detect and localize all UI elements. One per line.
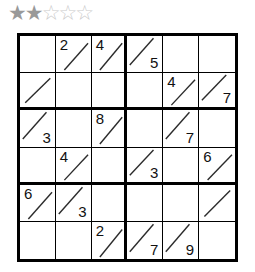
cell-r4c1[interactable] [20,148,56,185]
cell-r3c3[interactable]: 8 [92,110,128,147]
cell-r5c5[interactable] [163,185,199,222]
cell-r6c2[interactable] [56,222,92,259]
cell-r2c6[interactable]: 7 [199,73,235,110]
given-digit: 7 [150,242,158,258]
cell-r4c2[interactable]: 4 [56,148,92,185]
cell-r1c4[interactable]: 5 [127,36,163,73]
cell-r4c3[interactable] [92,148,128,185]
given-digit: 3 [78,204,86,220]
star-empty-icon: ☆ [75,0,92,28]
cell-r2c2[interactable] [56,73,92,110]
cell-r4c6[interactable]: 6 [199,148,235,185]
given-digit: 3 [42,130,50,146]
cell-r5c4[interactable] [127,185,163,222]
given-digit: 5 [150,55,158,71]
given-digit: 6 [24,186,32,202]
given-digit: 8 [96,111,104,127]
given-digit: 4 [60,149,68,165]
cell-r1c1[interactable] [20,36,56,73]
star-empty-icon: ☆ [58,0,75,28]
given-digit: 2 [60,37,68,53]
given-digit: 4 [167,74,175,90]
cell-r3c5[interactable]: 7 [163,110,199,147]
cell-r4c5[interactable] [163,148,199,185]
star-empty-icon: ☆ [42,0,59,28]
given-digit: 4 [96,37,104,53]
given-digit: 2 [96,223,104,239]
cell-r5c1[interactable]: 6 [20,185,56,222]
cell-r2c1[interactable] [20,73,56,110]
cell-r3c6[interactable] [199,110,235,147]
slash-icon [20,73,55,107]
cell-r3c1[interactable]: 3 [20,110,56,147]
cell-r2c5[interactable]: 4 [163,73,199,110]
cell-r6c6[interactable] [199,222,235,259]
given-digit: 3 [150,165,158,181]
cell-r3c4[interactable] [127,110,163,147]
cell-r1c3[interactable]: 4 [92,36,128,73]
given-digit: 6 [203,149,211,165]
cell-r4c4[interactable]: 3 [127,148,163,185]
puzzle-grid: 2454738743663279 [17,33,238,262]
cell-r5c6[interactable] [199,185,235,222]
cell-r3c2[interactable] [56,110,92,147]
given-digit: 7 [223,90,231,106]
difficulty-rating: ★★☆☆☆ [8,0,92,28]
given-digit: 7 [186,130,194,146]
cell-r6c3[interactable]: 2 [92,222,128,259]
cell-r1c2[interactable]: 2 [56,36,92,73]
cell-r6c5[interactable]: 9 [163,222,199,259]
cell-r2c3[interactable] [92,73,128,110]
cell-r1c6[interactable] [199,36,235,73]
cell-r6c4[interactable]: 7 [127,222,163,259]
star-filled-icon: ★ [25,0,42,28]
cell-r5c2[interactable]: 3 [56,185,92,222]
given-digit: 9 [186,242,194,258]
cell-r2c4[interactable] [127,73,163,110]
cell-r6c1[interactable] [20,222,56,259]
star-filled-icon: ★ [8,0,25,28]
slash-icon [199,185,235,221]
cell-r1c5[interactable] [163,36,199,73]
cell-r5c3[interactable] [92,185,128,222]
